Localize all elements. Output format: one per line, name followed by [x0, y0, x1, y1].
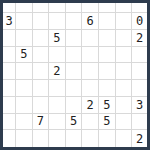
cell-r1c7[interactable] [99, 3, 116, 13]
cell-r8c7[interactable]: 5 [99, 114, 116, 131]
cell-r7c4[interactable] [49, 97, 66, 114]
cell-r9c2[interactable] [16, 130, 33, 147]
cell-r2c6[interactable]: 6 [82, 13, 99, 30]
cell-r6c6[interactable] [82, 80, 99, 97]
cell-r1c6[interactable] [82, 3, 99, 13]
cell-r9c8[interactable] [116, 130, 133, 147]
cell-r5c5[interactable] [66, 63, 83, 80]
cell-r3c5[interactable] [66, 30, 83, 47]
cell-r8c8[interactable] [116, 114, 133, 131]
cell-r6c2[interactable] [16, 80, 33, 97]
cell-r2c4[interactable] [49, 13, 66, 30]
cell-r8c3[interactable]: 7 [33, 114, 50, 131]
cell-r8c5[interactable]: 5 [66, 114, 83, 131]
cell-r7c5[interactable] [66, 97, 83, 114]
cell-r4c9[interactable] [132, 47, 147, 64]
cell-r1c8[interactable] [116, 3, 133, 13]
cell-r6c4[interactable] [49, 80, 66, 97]
cell-r4c5[interactable] [66, 47, 83, 64]
cell-r6c8[interactable] [116, 80, 133, 97]
cell-r3c7[interactable] [99, 30, 116, 47]
cell-r9c5[interactable] [66, 130, 83, 147]
cell-r1c1[interactable] [3, 3, 16, 13]
cell-r8c1[interactable] [3, 114, 16, 131]
cell-r3c2[interactable] [16, 30, 33, 47]
cell-r9c7[interactable] [99, 130, 116, 147]
cell-r3c4[interactable]: 5 [49, 30, 66, 47]
cell-r5c7[interactable] [99, 63, 116, 80]
cell-r3c6[interactable] [82, 30, 99, 47]
cell-r1c5[interactable] [66, 3, 83, 13]
cell-r7c7[interactable]: 5 [99, 97, 116, 114]
cell-r2c9[interactable]: 0 [132, 13, 147, 30]
cell-r4c6[interactable] [82, 47, 99, 64]
cell-r5c8[interactable] [116, 63, 133, 80]
cell-r2c2[interactable] [16, 13, 33, 30]
cell-r7c9[interactable]: 3 [132, 97, 147, 114]
cell-r8c2[interactable] [16, 114, 33, 131]
cell-r4c1[interactable] [3, 47, 16, 64]
cell-r8c6[interactable] [82, 114, 99, 131]
cell-r1c2[interactable] [16, 3, 33, 13]
cell-r5c6[interactable] [82, 63, 99, 80]
cell-r1c4[interactable] [49, 3, 66, 13]
cell-r4c4[interactable] [49, 47, 66, 64]
cell-r5c3[interactable] [33, 63, 50, 80]
cell-r2c3[interactable] [33, 13, 50, 30]
cell-r5c2[interactable] [16, 63, 33, 80]
cell-r2c1[interactable]: 3 [3, 13, 16, 30]
cell-r7c6[interactable]: 2 [82, 97, 99, 114]
cell-r2c7[interactable] [99, 13, 116, 30]
cell-r3c3[interactable] [33, 30, 50, 47]
cell-r1c9[interactable] [132, 3, 147, 13]
cell-r4c3[interactable] [33, 47, 50, 64]
cell-r9c1[interactable] [3, 130, 16, 147]
cell-r9c9[interactable]: 2 [132, 130, 147, 147]
cell-r5c4[interactable]: 2 [49, 63, 66, 80]
cell-r9c4[interactable] [49, 130, 66, 147]
cell-r5c1[interactable] [3, 63, 16, 80]
cell-r9c6[interactable] [82, 130, 99, 147]
cell-r7c8[interactable] [116, 97, 133, 114]
cell-r9c3[interactable] [33, 130, 50, 147]
mosaic-grid: 36052522537552 [3, 3, 147, 147]
cell-r4c7[interactable] [99, 47, 116, 64]
cell-r2c8[interactable] [116, 13, 133, 30]
cell-r4c2[interactable]: 5 [16, 47, 33, 64]
cell-r7c3[interactable] [33, 97, 50, 114]
cell-r4c8[interactable] [116, 47, 133, 64]
cell-r8c9[interactable] [132, 114, 147, 131]
cell-r2c5[interactable] [66, 13, 83, 30]
cell-r6c3[interactable] [33, 80, 50, 97]
cell-r1c3[interactable] [33, 3, 50, 13]
cell-r5c9[interactable] [132, 63, 147, 80]
cell-r7c1[interactable] [3, 97, 16, 114]
cell-r3c1[interactable] [3, 30, 16, 47]
cell-r6c9[interactable] [132, 80, 147, 97]
cell-r8c4[interactable] [49, 114, 66, 131]
cell-r7c2[interactable] [16, 97, 33, 114]
cell-r6c1[interactable] [3, 80, 16, 97]
cell-r3c8[interactable] [116, 30, 133, 47]
cell-r6c7[interactable] [99, 80, 116, 97]
mosaic-board: 36052522537552 [0, 0, 150, 150]
cell-r3c9[interactable]: 2 [132, 30, 147, 47]
cell-r6c5[interactable] [66, 80, 83, 97]
